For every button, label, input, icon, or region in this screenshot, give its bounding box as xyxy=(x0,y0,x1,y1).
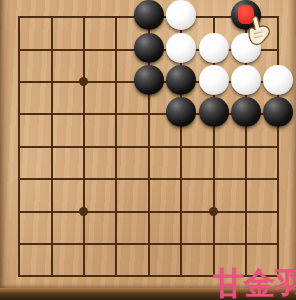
board-intersection[interactable] xyxy=(133,131,165,163)
board-intersection[interactable] xyxy=(35,98,67,130)
board-intersection[interactable] xyxy=(230,195,262,227)
board-intersection[interactable] xyxy=(230,131,262,163)
board-intersection[interactable] xyxy=(100,228,132,260)
board-intersection[interactable] xyxy=(262,98,294,130)
board-intersection[interactable] xyxy=(197,66,229,98)
board-intersection[interactable] xyxy=(68,1,100,33)
board-intersection[interactable] xyxy=(100,195,132,227)
board-intersection[interactable] xyxy=(3,33,35,65)
white-stone[interactable] xyxy=(166,33,196,63)
board-intersection[interactable] xyxy=(3,98,35,130)
board-intersection[interactable] xyxy=(197,163,229,195)
board-intersection[interactable] xyxy=(35,66,67,98)
board-intersection[interactable] xyxy=(68,228,100,260)
black-stone[interactable] xyxy=(166,97,196,127)
white-stone[interactable] xyxy=(231,65,261,95)
board-intersection[interactable] xyxy=(230,163,262,195)
board-intersection[interactable] xyxy=(197,33,229,65)
board-intersection[interactable] xyxy=(35,195,67,227)
board-intersection[interactable] xyxy=(230,98,262,130)
board-intersection[interactable] xyxy=(165,131,197,163)
white-stone[interactable] xyxy=(199,33,229,63)
board-intersection[interactable] xyxy=(165,33,197,65)
white-stone[interactable] xyxy=(166,0,196,30)
board-intersection[interactable] xyxy=(35,33,67,65)
board-intersection[interactable] xyxy=(165,1,197,33)
board-intersection[interactable] xyxy=(197,195,229,227)
board-intersection[interactable] xyxy=(262,228,294,260)
board-intersection[interactable] xyxy=(35,163,67,195)
black-stone[interactable] xyxy=(166,65,196,95)
board-intersection[interactable] xyxy=(133,228,165,260)
board-intersection[interactable] xyxy=(68,195,100,227)
black-stone[interactable] xyxy=(134,65,164,95)
board-intersection[interactable] xyxy=(3,131,35,163)
board-intersection[interactable] xyxy=(262,195,294,227)
board-intersection[interactable] xyxy=(100,66,132,98)
board-intersection[interactable] xyxy=(3,1,35,33)
board-intersection[interactable] xyxy=(68,163,100,195)
board-intersection[interactable] xyxy=(68,98,100,130)
board-intersection[interactable] xyxy=(165,163,197,195)
black-stone[interactable] xyxy=(263,97,293,127)
board-intersection[interactable] xyxy=(100,33,132,65)
board-intersection[interactable] xyxy=(165,228,197,260)
star-point xyxy=(209,207,218,216)
watermark-text: 甘金羽 xyxy=(213,263,296,300)
board-intersection[interactable] xyxy=(230,66,262,98)
star-point xyxy=(79,77,88,86)
board-intersection[interactable] xyxy=(230,228,262,260)
board-intersection[interactable] xyxy=(3,228,35,260)
black-stone[interactable] xyxy=(231,97,261,127)
board-intersection[interactable] xyxy=(165,98,197,130)
board-intersection[interactable] xyxy=(165,66,197,98)
board-intersection[interactable] xyxy=(3,163,35,195)
board-intersection[interactable] xyxy=(133,33,165,65)
black-stone[interactable] xyxy=(134,33,164,63)
board-intersection[interactable] xyxy=(68,66,100,98)
board-intersection[interactable] xyxy=(68,33,100,65)
board-intersection[interactable] xyxy=(262,131,294,163)
black-stone[interactable] xyxy=(134,0,164,30)
white-stone[interactable] xyxy=(263,65,293,95)
go-app-window: 甘金羽 xyxy=(0,0,296,300)
board-intersection[interactable] xyxy=(35,131,67,163)
star-point xyxy=(79,207,88,216)
board-intersection[interactable] xyxy=(68,131,100,163)
board-intersection[interactable] xyxy=(197,98,229,130)
board-intersection[interactable] xyxy=(262,66,294,98)
board-intersection[interactable] xyxy=(133,195,165,227)
white-stone[interactable] xyxy=(199,65,229,95)
board-intersection[interactable] xyxy=(197,131,229,163)
board-intersection[interactable] xyxy=(3,195,35,227)
board-intersection[interactable] xyxy=(133,66,165,98)
board-intersection[interactable] xyxy=(133,98,165,130)
board-intersection[interactable] xyxy=(100,98,132,130)
board-intersection[interactable] xyxy=(133,1,165,33)
board-intersection[interactable] xyxy=(165,195,197,227)
board-intersection[interactable] xyxy=(35,1,67,33)
board-intersection[interactable] xyxy=(100,163,132,195)
board-intersection[interactable] xyxy=(197,1,229,33)
board-intersection[interactable] xyxy=(100,131,132,163)
black-stone[interactable] xyxy=(199,97,229,127)
board-intersection[interactable] xyxy=(3,66,35,98)
board-intersection[interactable] xyxy=(262,163,294,195)
board-intersection[interactable] xyxy=(35,228,67,260)
board-intersection[interactable] xyxy=(100,1,132,33)
board-intersection[interactable] xyxy=(133,163,165,195)
board-intersection[interactable] xyxy=(197,228,229,260)
